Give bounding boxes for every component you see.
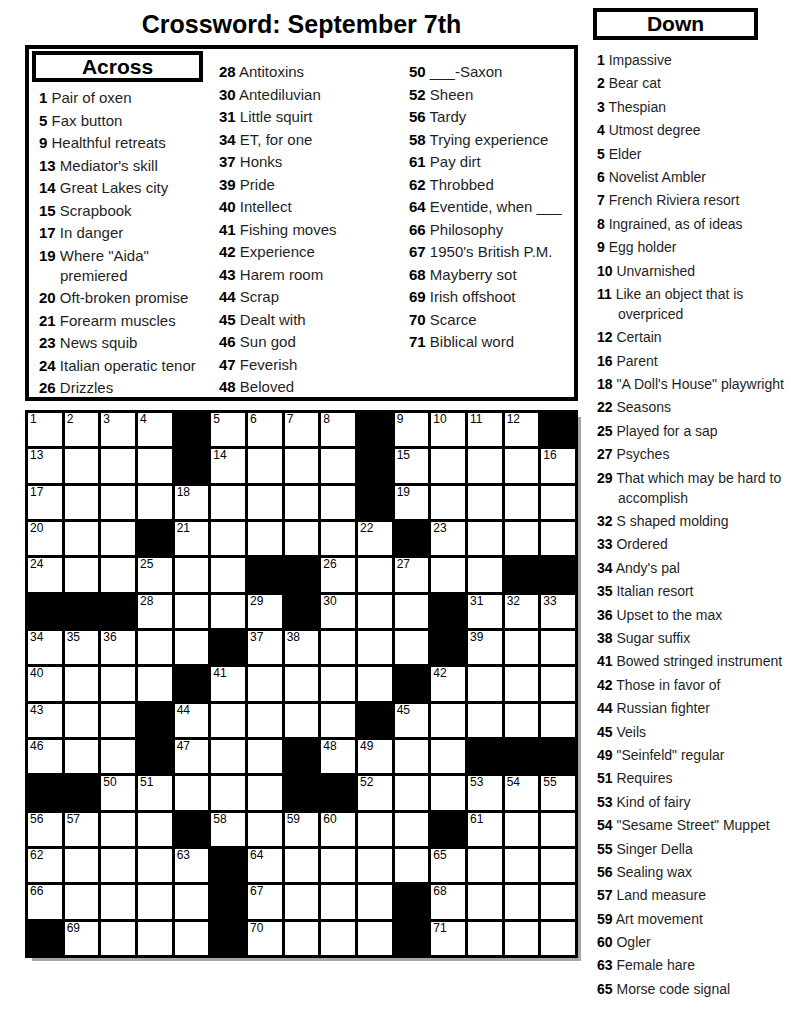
cell-number: 20 <box>30 522 43 535</box>
grid-cell-black <box>138 740 172 773</box>
grid-cell[interactable] <box>541 813 575 846</box>
crossword-page: Crossword: September 7th Across 1 Pair o… <box>0 0 791 1024</box>
clue-item-41: 41 Fishing moves <box>219 220 405 240</box>
grid-cell[interactable] <box>65 704 99 737</box>
grid-cell[interactable] <box>248 776 282 809</box>
grid-cell[interactable] <box>65 740 99 773</box>
clue-number: 5 <box>39 112 47 129</box>
grid-cell[interactable] <box>358 813 392 846</box>
grid-cell[interactable] <box>65 522 99 555</box>
down-clues-column: 1 Impassive2 Bear cat3 Thespian4 Utmost … <box>592 50 791 999</box>
grid-cell[interactable] <box>175 558 209 591</box>
grid-cell[interactable] <box>541 631 575 664</box>
grid-cell[interactable]: 28 <box>138 595 172 628</box>
clue-item-15: 15 Scrapbook <box>39 201 213 221</box>
grid-cell[interactable]: 41 <box>211 667 245 700</box>
grid-cell[interactable]: 9 <box>395 413 429 446</box>
cell-number: 5 <box>213 413 220 426</box>
grid-cell[interactable] <box>285 667 319 700</box>
grid-cell[interactable] <box>321 885 355 918</box>
grid-cell[interactable]: 40 <box>28 667 62 700</box>
grid-cell[interactable] <box>505 449 539 482</box>
grid-cell[interactable]: 49 <box>358 740 392 773</box>
clue-item-53: 53 Kind of fairy <box>597 792 791 812</box>
clue-item-30: 30 Antediluvian <box>219 85 405 105</box>
clue-item-10: 10 Unvarnished <box>597 261 791 281</box>
grid-cell[interactable] <box>321 522 355 555</box>
grid-cell[interactable]: 14 <box>211 449 245 482</box>
grid-cell[interactable]: 43 <box>28 704 62 737</box>
grid-cell[interactable] <box>395 631 429 664</box>
grid-cell[interactable] <box>248 522 282 555</box>
cell-number: 16 <box>543 449 556 462</box>
clue-number: 28 <box>219 63 236 80</box>
clue-item-13: 13 Mediator's skill <box>39 156 213 176</box>
clue-number: 44 <box>219 288 236 305</box>
grid-cell[interactable] <box>358 849 392 882</box>
grid-cell[interactable] <box>211 486 245 519</box>
cell-number: 28 <box>140 595 153 608</box>
grid-cell[interactable] <box>505 631 539 664</box>
grid-cell[interactable] <box>468 704 502 737</box>
clue-number: 61 <box>409 153 426 170</box>
clue-item-3: 3 Thespian <box>597 97 791 117</box>
clue-item-14: 14 Great Lakes city <box>39 178 213 198</box>
clue-number: 41 <box>219 221 236 238</box>
grid-cell[interactable]: 61 <box>468 813 502 846</box>
grid-cell[interactable] <box>65 449 99 482</box>
grid-cell[interactable]: 58 <box>211 813 245 846</box>
across-clues-column-3: 50 ___-Saxon52 Sheen56 Tardy58 Trying ex… <box>409 62 579 355</box>
clue-number: 44 <box>597 700 613 716</box>
grid-cell[interactable] <box>211 595 245 628</box>
clue-item-64: 64 Eventide, when ___ <box>409 197 579 217</box>
grid-cell[interactable]: 24 <box>28 558 62 591</box>
clue-item-65: 65 Morse code signal <box>597 979 791 999</box>
grid-cell[interactable]: 4 <box>138 413 172 446</box>
grid-cell[interactable] <box>101 449 135 482</box>
grid-cell[interactable] <box>321 667 355 700</box>
grid-cell[interactable] <box>358 558 392 591</box>
grid-cell[interactable]: 26 <box>321 558 355 591</box>
cell-number: 29 <box>250 595 263 608</box>
grid-cell[interactable] <box>541 486 575 519</box>
clue-number: 42 <box>597 677 613 693</box>
grid-cell[interactable]: 18 <box>175 486 209 519</box>
cell-number: 56 <box>30 813 43 826</box>
grid-cell[interactable]: 8 <box>321 413 355 446</box>
clue-number: 25 <box>597 423 613 439</box>
grid-cell[interactable] <box>101 885 135 918</box>
grid-cell[interactable]: 20 <box>28 522 62 555</box>
grid-cell[interactable]: 2 <box>65 413 99 446</box>
grid-cell[interactable] <box>431 776 465 809</box>
grid-cell[interactable] <box>358 885 392 918</box>
grid-cell[interactable] <box>505 486 539 519</box>
grid-cell[interactable] <box>175 922 209 955</box>
grid-cell[interactable] <box>505 704 539 737</box>
grid-cell[interactable] <box>101 704 135 737</box>
grid-cell[interactable]: 34 <box>28 631 62 664</box>
clue-number: 31 <box>219 108 236 125</box>
grid-cell[interactable]: 13 <box>28 449 62 482</box>
clue-item-8: 8 Ingrained, as of ideas <box>597 214 791 234</box>
grid-cell-black <box>175 449 209 482</box>
grid-cell[interactable] <box>321 486 355 519</box>
clue-number: 67 <box>409 243 426 260</box>
grid-cell[interactable]: 52 <box>358 776 392 809</box>
grid-cell[interactable] <box>358 595 392 628</box>
grid-cell[interactable] <box>395 595 429 628</box>
grid-cell[interactable] <box>65 885 99 918</box>
clue-item-41: 41 Bowed stringed instrument <box>597 651 791 671</box>
grid-cell[interactable] <box>285 885 319 918</box>
grid-cell[interactable] <box>175 595 209 628</box>
grid-cell[interactable] <box>285 449 319 482</box>
cell-number: 19 <box>397 486 410 499</box>
grid-cell[interactable] <box>65 558 99 591</box>
grid-cell[interactable] <box>138 849 172 882</box>
grid-cell[interactable]: 6 <box>248 413 282 446</box>
grid-cell[interactable] <box>65 486 99 519</box>
clue-item-1: 1 Pair of oxen <box>39 88 213 108</box>
grid-cell[interactable]: 57 <box>65 813 99 846</box>
grid-cell[interactable] <box>505 922 539 955</box>
grid-cell[interactable]: 71 <box>431 922 465 955</box>
grid-cell[interactable] <box>358 667 392 700</box>
clue-number: 9 <box>39 134 47 151</box>
grid-cell[interactable]: 15 <box>395 449 429 482</box>
across-header-label: Across <box>82 55 153 79</box>
grid-cell[interactable] <box>248 740 282 773</box>
grid-cell-black <box>431 631 465 664</box>
clue-number: 50 <box>409 63 426 80</box>
clue-item-17: 17 In danger <box>39 223 213 243</box>
grid-cell[interactable]: 11 <box>468 413 502 446</box>
clue-item-69: 69 Irish offshoot <box>409 287 579 307</box>
grid-cell[interactable] <box>248 486 282 519</box>
grid-cell[interactable] <box>431 558 465 591</box>
cell-number: 1 <box>30 413 37 426</box>
grid-cell[interactable]: 50 <box>101 776 135 809</box>
grid-cell-black <box>541 558 575 591</box>
grid-cell[interactable] <box>431 740 465 773</box>
clue-item-22: 22 Seasons <box>597 397 791 417</box>
grid-cell[interactable] <box>101 849 135 882</box>
cell-number: 43 <box>30 704 43 717</box>
grid-cell[interactable]: 64 <box>248 849 282 882</box>
clue-number: 39 <box>219 176 236 193</box>
grid-cell[interactable]: 46 <box>28 740 62 773</box>
grid-cell[interactable] <box>285 849 319 882</box>
grid-cell[interactable]: 36 <box>101 631 135 664</box>
cell-number: 18 <box>177 486 190 499</box>
cell-number: 13 <box>30 449 43 462</box>
cell-number: 6 <box>250 413 257 426</box>
clue-number: 64 <box>409 198 426 215</box>
grid-cell[interactable]: 5 <box>211 413 245 446</box>
grid-cell[interactable]: 42 <box>431 667 465 700</box>
clue-item-63: 63 Female hare <box>597 955 791 975</box>
clue-item-62: 62 Throbbed <box>409 175 579 195</box>
clue-number: 58 <box>409 131 426 148</box>
grid-cell[interactable] <box>541 522 575 555</box>
grid-cell[interactable]: 56 <box>28 813 62 846</box>
cell-number: 65 <box>433 849 446 862</box>
grid-cell[interactable] <box>285 486 319 519</box>
grid-cell[interactable] <box>101 522 135 555</box>
grid-cell-black <box>65 776 99 809</box>
grid-cell[interactable] <box>395 740 429 773</box>
grid-cell[interactable] <box>541 849 575 882</box>
grid-cell[interactable] <box>285 704 319 737</box>
grid-cell[interactable] <box>138 813 172 846</box>
cell-number: 58 <box>213 813 226 826</box>
grid-cell-black <box>541 413 575 446</box>
clue-item-9: 9 Egg holder <box>597 237 791 257</box>
grid-cell[interactable]: 62 <box>28 849 62 882</box>
grid-cell[interactable]: 53 <box>468 776 502 809</box>
grid-cell[interactable]: 37 <box>248 631 282 664</box>
grid-cell[interactable] <box>248 667 282 700</box>
grid-cell-black <box>541 740 575 773</box>
grid-cell[interactable] <box>175 885 209 918</box>
clue-item-68: 68 Mayberry sot <box>409 265 579 285</box>
grid-cell[interactable] <box>101 922 135 955</box>
clue-number: 4 <box>597 122 605 138</box>
grid-cell[interactable] <box>468 449 502 482</box>
cell-number: 2 <box>67 413 74 426</box>
grid-cell[interactable]: 25 <box>138 558 172 591</box>
clue-item-51: 51 Requires <box>597 768 791 788</box>
clue-number: 66 <box>409 221 426 238</box>
grid-cell[interactable] <box>211 740 245 773</box>
grid-cell-black <box>358 486 392 519</box>
grid-cell[interactable]: 32 <box>505 595 539 628</box>
grid-cell[interactable] <box>101 558 135 591</box>
grid-cell[interactable]: 1 <box>28 413 62 446</box>
grid-cell[interactable]: 12 <box>505 413 539 446</box>
grid-cell[interactable]: 54 <box>505 776 539 809</box>
grid-cell[interactable] <box>138 922 172 955</box>
grid-cell[interactable] <box>468 667 502 700</box>
clue-number: 23 <box>39 334 56 351</box>
grid-cell[interactable] <box>358 922 392 955</box>
clue-item-1: 1 Impassive <box>597 50 791 70</box>
grid-cell[interactable] <box>175 776 209 809</box>
clue-number: 32 <box>597 513 613 529</box>
grid-cell[interactable] <box>101 486 135 519</box>
cell-number: 71 <box>433 922 446 935</box>
grid-cell[interactable] <box>175 631 209 664</box>
grid-cell[interactable] <box>65 667 99 700</box>
grid-cell[interactable] <box>65 849 99 882</box>
clue-number: 48 <box>219 378 236 395</box>
grid-cell[interactable]: 3 <box>101 413 135 446</box>
grid-cell[interactable] <box>138 486 172 519</box>
clue-item-47: 47 Feverish <box>219 355 405 375</box>
clue-number: 30 <box>219 86 236 103</box>
cell-number: 8 <box>323 413 330 426</box>
grid-cell[interactable] <box>468 522 502 555</box>
grid-cell[interactable]: 69 <box>65 922 99 955</box>
grid-cell[interactable]: 66 <box>28 885 62 918</box>
grid-cell[interactable] <box>101 813 135 846</box>
cell-number: 60 <box>323 813 336 826</box>
clue-item-44: 44 Scrap <box>219 287 405 307</box>
grid-cell[interactable] <box>285 922 319 955</box>
clue-item-45: 45 Dealt with <box>219 310 405 330</box>
grid-cell[interactable] <box>248 449 282 482</box>
grid-cell[interactable] <box>468 486 502 519</box>
clue-item-12: 12 Certain <box>597 327 791 347</box>
grid-cell[interactable] <box>395 776 429 809</box>
grid-cell[interactable]: 22 <box>358 522 392 555</box>
grid-cell-black <box>285 595 319 628</box>
grid-cell[interactable]: 68 <box>431 885 465 918</box>
grid-cell[interactable]: 51 <box>138 776 172 809</box>
grid-cell[interactable] <box>101 740 135 773</box>
grid-cell-black <box>395 522 429 555</box>
cell-number: 45 <box>397 704 410 717</box>
grid-cell[interactable] <box>248 704 282 737</box>
cell-number: 15 <box>397 449 410 462</box>
grid-cell[interactable] <box>468 922 502 955</box>
grid-cell[interactable]: 35 <box>65 631 99 664</box>
grid-cell[interactable]: 29 <box>248 595 282 628</box>
cell-number: 32 <box>507 595 520 608</box>
grid-cell-black <box>138 704 172 737</box>
grid-cell-black <box>468 740 502 773</box>
grid-cell[interactable]: 59 <box>285 813 319 846</box>
clue-item-29: 29 That which may be hard to accomplish <box>597 468 791 508</box>
grid-cell[interactable] <box>395 849 429 882</box>
grid-cell[interactable] <box>211 704 245 737</box>
grid-cell[interactable] <box>321 704 355 737</box>
clue-item-18: 18 "A Doll's House" playwright <box>597 374 791 394</box>
grid-cell[interactable] <box>358 631 392 664</box>
grid-cell[interactable]: 21 <box>175 522 209 555</box>
grid-cell[interactable]: 27 <box>395 558 429 591</box>
clue-number: 29 <box>597 470 613 486</box>
clue-item-58: 58 Trying experience <box>409 130 579 150</box>
clue-item-56: 56 Sealing wax <box>597 862 791 882</box>
grid-cell[interactable] <box>138 631 172 664</box>
grid-cell[interactable]: 17 <box>28 486 62 519</box>
grid-cell[interactable] <box>321 849 355 882</box>
grid-cell[interactable] <box>505 522 539 555</box>
clue-number: 1 <box>597 52 605 68</box>
grid-cell[interactable]: 38 <box>285 631 319 664</box>
grid-cell[interactable] <box>101 667 135 700</box>
grid-cell[interactable]: 70 <box>248 922 282 955</box>
grid-cell[interactable] <box>541 704 575 737</box>
grid-cell[interactable] <box>541 885 575 918</box>
clue-number: 52 <box>409 86 426 103</box>
grid-cell[interactable] <box>431 704 465 737</box>
grid-cell[interactable]: 60 <box>321 813 355 846</box>
grid-cell[interactable] <box>138 667 172 700</box>
grid-cell[interactable] <box>468 849 502 882</box>
grid-cell[interactable] <box>541 667 575 700</box>
grid-cell[interactable] <box>505 667 539 700</box>
grid-cell[interactable] <box>468 558 502 591</box>
cell-number: 33 <box>543 595 556 608</box>
grid-cell[interactable] <box>321 922 355 955</box>
across-clues-column-2: 28 Antitoxins30 Antediluvian31 Little sq… <box>219 62 405 400</box>
grid-cell[interactable]: 33 <box>541 595 575 628</box>
grid-cell[interactable]: 67 <box>248 885 282 918</box>
clue-number: 20 <box>39 289 56 306</box>
grid-cell[interactable]: 39 <box>468 631 502 664</box>
grid-cell[interactable]: 7 <box>285 413 319 446</box>
clue-number: 53 <box>597 794 613 810</box>
clue-item-19: 19 Where "Aida" premiered <box>39 246 213 286</box>
clue-item-7: 7 French Riviera resort <box>597 190 791 210</box>
grid-cell[interactable] <box>505 813 539 846</box>
clue-number: 71 <box>409 333 426 350</box>
clue-number: 60 <box>597 934 613 950</box>
grid-cell[interactable] <box>321 449 355 482</box>
grid-cell[interactable] <box>138 449 172 482</box>
clue-number: 36 <box>597 607 613 623</box>
clue-number: 47 <box>219 356 236 373</box>
clue-item-56: 56 Tardy <box>409 107 579 127</box>
grid-cell[interactable] <box>285 522 319 555</box>
grid-cell[interactable]: 55 <box>541 776 575 809</box>
grid-cell[interactable]: 48 <box>321 740 355 773</box>
grid-cell[interactable]: 65 <box>431 849 465 882</box>
clue-number: 15 <box>39 202 56 219</box>
grid-cell[interactable] <box>541 922 575 955</box>
grid-cell[interactable]: 16 <box>541 449 575 482</box>
grid-cell[interactable] <box>138 885 172 918</box>
clue-number: 45 <box>219 311 236 328</box>
grid-cell[interactable]: 31 <box>468 595 502 628</box>
grid-cell[interactable] <box>321 631 355 664</box>
clue-item-2: 2 Bear cat <box>597 73 791 93</box>
clue-item-39: 39 Pride <box>219 175 405 195</box>
cell-number: 63 <box>177 849 190 862</box>
grid-cell[interactable]: 63 <box>175 849 209 882</box>
cell-number: 55 <box>543 776 556 789</box>
grid-cell[interactable] <box>431 486 465 519</box>
grid-cell[interactable] <box>211 776 245 809</box>
grid-cell[interactable] <box>248 813 282 846</box>
grid-cell[interactable] <box>505 849 539 882</box>
grid-cell[interactable] <box>505 885 539 918</box>
cell-number: 35 <box>67 631 80 644</box>
cell-number: 39 <box>470 631 483 644</box>
grid-cell[interactable]: 30 <box>321 595 355 628</box>
down-header-label: Down <box>647 12 704 36</box>
grid-cell[interactable]: 19 <box>395 486 429 519</box>
grid-cell[interactable] <box>395 813 429 846</box>
grid-cell[interactable]: 45 <box>395 704 429 737</box>
grid-cell[interactable]: 47 <box>175 740 209 773</box>
clue-number: 55 <box>597 841 613 857</box>
grid-cell[interactable]: 44 <box>175 704 209 737</box>
clue-number: 19 <box>39 247 56 264</box>
clue-number: 2 <box>597 75 605 91</box>
grid-cell[interactable] <box>211 558 245 591</box>
grid-cell[interactable]: 10 <box>431 413 465 446</box>
grid-cell[interactable] <box>211 522 245 555</box>
grid-cell[interactable]: 23 <box>431 522 465 555</box>
grid-cell-black <box>175 813 209 846</box>
grid-cell[interactable] <box>468 885 502 918</box>
grid-cell[interactable] <box>431 449 465 482</box>
